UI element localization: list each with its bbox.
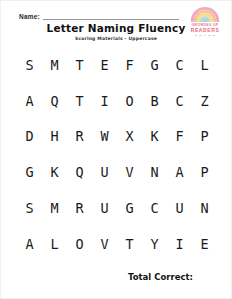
letter-cell-r5c5: Y (150, 238, 158, 252)
worksheet-page: Name: GROWING UP READERS Letter Naming F… (0, 0, 232, 299)
letter-cell-r4c5: C (150, 202, 158, 216)
letter-cell-r3c4: V (125, 166, 133, 180)
letter-cell-r2c3: W (100, 130, 108, 144)
letter-cell-r1c4: O (125, 95, 133, 109)
name-label: Name: (19, 13, 40, 20)
rainbow-icon (188, 5, 222, 22)
letter-cell-r1c1: Q (50, 95, 58, 109)
letter-cell-r3c6: A (175, 166, 183, 180)
letter-cell-r4c0: S (25, 202, 33, 216)
letter-cell-r0c3: E (100, 59, 108, 73)
name-row: Name: (19, 12, 179, 20)
letter-cell-r5c2: O (75, 238, 83, 252)
letter-cell-r1c2: T (75, 95, 83, 109)
letter-cell-r5c0: A (25, 238, 33, 252)
letter-cell-r0c2: T (75, 59, 83, 73)
letter-cell-r0c4: F (125, 59, 133, 73)
letter-cell-r1c3: I (100, 95, 108, 109)
letter-cell-r4c3: U (100, 202, 108, 216)
letter-cell-r1c6: C (175, 95, 183, 109)
letter-cell-r1c5: B (150, 95, 158, 109)
letter-cell-r0c0: S (25, 59, 33, 73)
letter-cell-r4c4: G (125, 202, 133, 216)
letter-cell-r5c1: L (50, 238, 58, 252)
letter-grid: S M T E F G C L A Q T I O B C Z D H R W … (17, 48, 217, 262)
letter-cell-r2c0: D (25, 130, 33, 144)
total-correct-label: Total Correct: (128, 272, 193, 282)
name-fill-line (43, 12, 179, 20)
letter-cell-r2c6: F (175, 130, 183, 144)
letter-cell-r2c5: K (150, 130, 158, 144)
letter-cell-r4c1: M (50, 202, 58, 216)
letter-cell-r3c3: U (100, 166, 108, 180)
letter-cell-r2c2: R (75, 130, 83, 144)
letter-cell-r2c4: X (125, 130, 133, 144)
letter-cell-r0c5: G (150, 59, 158, 73)
letter-cell-r1c7: Z (200, 95, 208, 109)
letter-cell-r4c2: R (75, 202, 83, 216)
letter-cell-r3c7: P (200, 166, 208, 180)
letter-cell-r0c7: L (200, 59, 208, 73)
letter-cell-r0c6: C (175, 59, 183, 73)
letter-cell-r3c1: K (50, 166, 58, 180)
letter-cell-r3c5: N (150, 166, 158, 180)
letter-cell-r3c0: G (25, 166, 33, 180)
letter-cell-r5c7: E (200, 238, 208, 252)
letter-cell-r3c2: Q (75, 166, 83, 180)
page-subtitle: Scoring Materials - Uppercase (1, 36, 231, 41)
letter-cell-r0c1: M (50, 59, 58, 73)
letter-cell-r2c1: H (50, 130, 58, 144)
letter-cell-r4c6: U (175, 202, 183, 216)
letter-cell-r4c7: N (200, 202, 208, 216)
page-title: Letter Naming Fluency (1, 22, 231, 34)
letter-cell-r5c4: T (125, 238, 133, 252)
letter-cell-r2c7: P (200, 130, 208, 144)
letter-cell-r1c0: A (25, 95, 33, 109)
letter-cell-r5c3: V (100, 238, 108, 252)
letter-cell-r5c6: I (175, 238, 183, 252)
